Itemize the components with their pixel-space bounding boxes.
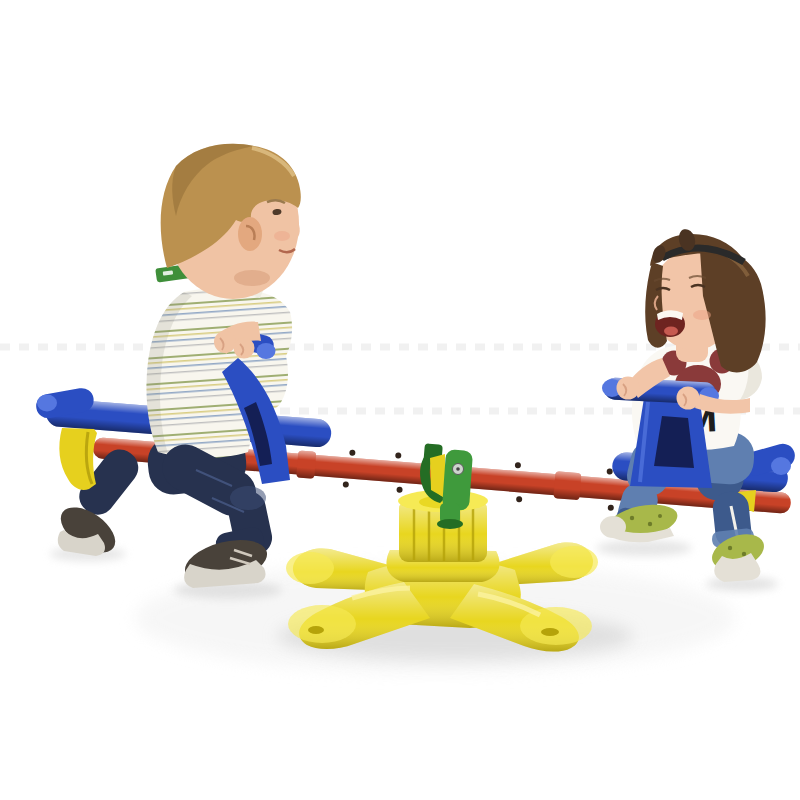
- base-foot-slot: [308, 626, 324, 634]
- photo-canvas: M: [0, 0, 800, 800]
- girl-figure: M: [600, 227, 769, 582]
- boy-ear: [238, 217, 262, 251]
- pivot-plate: [442, 449, 473, 511]
- girl-hand: [617, 377, 640, 400]
- girl-hand: [677, 387, 700, 410]
- boy-hand: [234, 338, 255, 359]
- boy-figure: [145, 144, 301, 592]
- right-handle-frame: [630, 398, 712, 488]
- boy-cheek: [274, 231, 290, 241]
- boy-hand: [214, 331, 236, 353]
- grip-endcap: [257, 343, 276, 359]
- knee-highlight: [230, 486, 266, 510]
- seesaw-product-photo: M: [0, 0, 800, 800]
- girl-cheek: [693, 310, 711, 320]
- base-foot-slot: [541, 628, 559, 636]
- girl-mouth: [655, 310, 685, 337]
- tongue: [664, 327, 678, 336]
